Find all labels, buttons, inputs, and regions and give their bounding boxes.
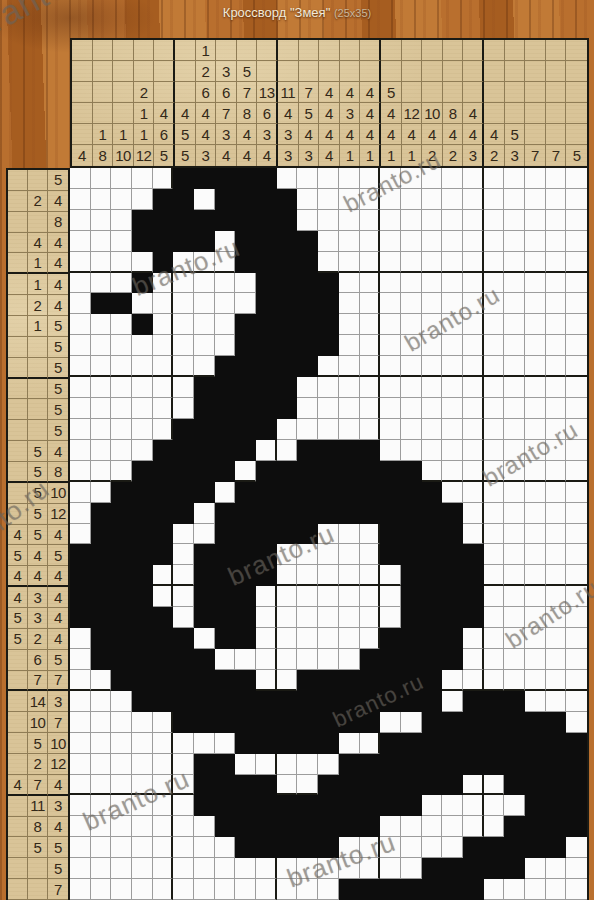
board-cell[interactable]	[297, 586, 318, 607]
board-cell[interactable]	[91, 440, 112, 461]
board-cell[interactable]	[132, 607, 153, 628]
board-cell[interactable]	[153, 168, 174, 189]
board-cell[interactable]	[215, 858, 236, 879]
board-cell[interactable]	[277, 168, 298, 189]
board-cell[interactable]	[235, 565, 256, 586]
board-cell[interactable]	[153, 440, 174, 461]
board-cell[interactable]	[566, 544, 587, 565]
board-cell[interactable]	[360, 565, 381, 586]
board-cell[interactable]	[132, 754, 153, 775]
board-cell[interactable]	[173, 461, 194, 482]
board-cell[interactable]	[111, 398, 132, 419]
board-cell[interactable]	[173, 189, 194, 210]
board-cell[interactable]	[297, 733, 318, 754]
board-cell[interactable]	[132, 733, 153, 754]
board-cell[interactable]	[318, 670, 339, 691]
board-cell[interactable]	[153, 837, 174, 858]
board-cell[interactable]	[504, 565, 525, 586]
board-cell[interactable]	[401, 649, 422, 670]
board-cell[interactable]	[153, 231, 174, 252]
board-cell[interactable]	[173, 419, 194, 440]
board-cell[interactable]	[546, 691, 567, 712]
board-cell[interactable]	[153, 649, 174, 670]
board-cell[interactable]	[91, 879, 112, 900]
board-cell[interactable]	[525, 754, 546, 775]
board-cell[interactable]	[380, 712, 401, 733]
board-cell[interactable]	[360, 712, 381, 733]
board-cell[interactable]	[422, 398, 443, 419]
board-cell[interactable]	[297, 670, 318, 691]
board-cell[interactable]	[380, 231, 401, 252]
board-cell[interactable]	[339, 691, 360, 712]
board-cell[interactable]	[525, 733, 546, 754]
board-cell[interactable]	[401, 231, 422, 252]
board-cell[interactable]	[297, 461, 318, 482]
board-cell[interactable]	[318, 586, 339, 607]
board-cell[interactable]	[277, 189, 298, 210]
board-cell[interactable]	[91, 503, 112, 524]
board-cell[interactable]	[422, 356, 443, 377]
board-cell[interactable]	[360, 231, 381, 252]
board-cell[interactable]	[504, 775, 525, 796]
board-cell[interactable]	[194, 210, 215, 231]
board-cell[interactable]	[235, 503, 256, 524]
board-cell[interactable]	[297, 189, 318, 210]
board-cell[interactable]	[194, 503, 215, 524]
board-cell[interactable]	[360, 795, 381, 816]
board-cell[interactable]	[215, 754, 236, 775]
board-cell[interactable]	[132, 649, 153, 670]
board-cell[interactable]	[484, 168, 505, 189]
board-cell[interactable]	[277, 419, 298, 440]
board-cell[interactable]	[235, 712, 256, 733]
board-cell[interactable]	[297, 879, 318, 900]
board-cell[interactable]	[215, 544, 236, 565]
board-cell[interactable]	[484, 858, 505, 879]
board-cell[interactable]	[318, 314, 339, 335]
board-cell[interactable]	[339, 607, 360, 628]
board-cell[interactable]	[463, 252, 484, 273]
board-cell[interactable]	[442, 733, 463, 754]
board-cell[interactable]	[318, 795, 339, 816]
board-cell[interactable]	[504, 377, 525, 398]
board-cell[interactable]	[442, 168, 463, 189]
board-cell[interactable]	[463, 565, 484, 586]
board-cell[interactable]	[194, 335, 215, 356]
board-cell[interactable]	[422, 231, 443, 252]
board-cell[interactable]	[442, 314, 463, 335]
board-cell[interactable]	[484, 670, 505, 691]
board-cell[interactable]	[70, 565, 91, 586]
board-cell[interactable]	[194, 314, 215, 335]
board-cell[interactable]	[442, 858, 463, 879]
board-cell[interactable]	[401, 189, 422, 210]
board-cell[interactable]	[194, 482, 215, 503]
board-cell[interactable]	[256, 544, 277, 565]
board-cell[interactable]	[153, 879, 174, 900]
board-cell[interactable]	[401, 293, 422, 314]
board-cell[interactable]	[235, 754, 256, 775]
board-cell[interactable]	[91, 670, 112, 691]
board-cell[interactable]	[235, 775, 256, 796]
board-cell[interactable]	[525, 649, 546, 670]
board-cell[interactable]	[525, 335, 546, 356]
board-cell[interactable]	[173, 293, 194, 314]
board-cell[interactable]	[318, 858, 339, 879]
board-cell[interactable]	[566, 189, 587, 210]
board-cell[interactable]	[546, 273, 567, 294]
board-cell[interactable]	[132, 461, 153, 482]
board-cell[interactable]	[297, 524, 318, 545]
board-cell[interactable]	[111, 795, 132, 816]
board-cell[interactable]	[173, 252, 194, 273]
board-cell[interactable]	[297, 649, 318, 670]
board-cell[interactable]	[422, 252, 443, 273]
board-cell[interactable]	[318, 628, 339, 649]
board-cell[interactable]	[318, 210, 339, 231]
board-cell[interactable]	[484, 607, 505, 628]
board-cell[interactable]	[91, 607, 112, 628]
board-cell[interactable]	[566, 607, 587, 628]
board-cell[interactable]	[132, 691, 153, 712]
board-cell[interactable]	[215, 649, 236, 670]
board-cell[interactable]	[91, 482, 112, 503]
board-cell[interactable]	[153, 524, 174, 545]
board-cell[interactable]	[256, 524, 277, 545]
board-cell[interactable]	[111, 649, 132, 670]
board-cell[interactable]	[111, 524, 132, 545]
board-cell[interactable]	[91, 210, 112, 231]
board-cell[interactable]	[235, 168, 256, 189]
board-cell[interactable]	[194, 858, 215, 879]
board-cell[interactable]	[339, 273, 360, 294]
board-cell[interactable]	[401, 670, 422, 691]
board-cell[interactable]	[484, 795, 505, 816]
board-cell[interactable]	[546, 252, 567, 273]
board-cell[interactable]	[380, 733, 401, 754]
board-cell[interactable]	[442, 482, 463, 503]
board-cell[interactable]	[360, 273, 381, 294]
board-cell[interactable]	[546, 837, 567, 858]
board-cell[interactable]	[422, 544, 443, 565]
board-cell[interactable]	[525, 544, 546, 565]
board-cell[interactable]	[215, 565, 236, 586]
board-cell[interactable]	[173, 754, 194, 775]
board-cell[interactable]	[111, 879, 132, 900]
board-cell[interactable]	[215, 628, 236, 649]
board-cell[interactable]	[256, 628, 277, 649]
board-cell[interactable]	[256, 733, 277, 754]
board-cell[interactable]	[525, 586, 546, 607]
board-cell[interactable]	[422, 712, 443, 733]
board-cell[interactable]	[546, 607, 567, 628]
board-cell[interactable]	[546, 565, 567, 586]
board-cell[interactable]	[70, 252, 91, 273]
board-cell[interactable]	[132, 189, 153, 210]
board-cell[interactable]	[339, 440, 360, 461]
board-cell[interactable]	[401, 524, 422, 545]
board-cell[interactable]	[422, 670, 443, 691]
board-cell[interactable]	[339, 419, 360, 440]
board-cell[interactable]	[70, 649, 91, 670]
board-cell[interactable]	[194, 168, 215, 189]
board-cell[interactable]	[401, 837, 422, 858]
board-cell[interactable]	[111, 754, 132, 775]
board-cell[interactable]	[132, 586, 153, 607]
board-cell[interactable]	[422, 189, 443, 210]
board-cell[interactable]	[256, 649, 277, 670]
board-cell[interactable]	[277, 335, 298, 356]
board-cell[interactable]	[153, 544, 174, 565]
board-cell[interactable]	[360, 586, 381, 607]
board-cell[interactable]	[546, 419, 567, 440]
board-cell[interactable]	[297, 691, 318, 712]
board-cell[interactable]	[339, 524, 360, 545]
board-cell[interactable]	[277, 607, 298, 628]
board-cell[interactable]	[339, 335, 360, 356]
board-cell[interactable]	[339, 754, 360, 775]
board-cell[interactable]	[525, 398, 546, 419]
board-cell[interactable]	[235, 858, 256, 879]
board-cell[interactable]	[525, 879, 546, 900]
board-cell[interactable]	[235, 544, 256, 565]
board-cell[interactable]	[297, 628, 318, 649]
board-cell[interactable]	[256, 398, 277, 419]
board-cell[interactable]	[111, 733, 132, 754]
board-cell[interactable]	[566, 377, 587, 398]
board-cell[interactable]	[546, 503, 567, 524]
board-cell[interactable]	[132, 858, 153, 879]
board-cell[interactable]	[153, 670, 174, 691]
board-cell[interactable]	[318, 691, 339, 712]
board-cell[interactable]	[525, 440, 546, 461]
board-cell[interactable]	[91, 837, 112, 858]
board-cell[interactable]	[173, 775, 194, 796]
board-cell[interactable]	[318, 440, 339, 461]
board-cell[interactable]	[70, 586, 91, 607]
board-cell[interactable]	[525, 419, 546, 440]
board-cell[interactable]	[442, 273, 463, 294]
board-cell[interactable]	[194, 189, 215, 210]
board-cell[interactable]	[91, 398, 112, 419]
board-cell[interactable]	[70, 168, 91, 189]
board-cell[interactable]	[277, 670, 298, 691]
board-cell[interactable]	[235, 314, 256, 335]
board-cell[interactable]	[70, 398, 91, 419]
board-cell[interactable]	[401, 356, 422, 377]
board-cell[interactable]	[525, 775, 546, 796]
board-cell[interactable]	[360, 544, 381, 565]
board-cell[interactable]	[277, 691, 298, 712]
board-cell[interactable]	[380, 524, 401, 545]
board-cell[interactable]	[380, 691, 401, 712]
board-cell[interactable]	[442, 628, 463, 649]
board-cell[interactable]	[546, 189, 567, 210]
board-cell[interactable]	[484, 754, 505, 775]
board-cell[interactable]	[566, 314, 587, 335]
board-cell[interactable]	[173, 524, 194, 545]
board-cell[interactable]	[546, 210, 567, 231]
board-cell[interactable]	[277, 586, 298, 607]
board-cell[interactable]	[70, 273, 91, 294]
board-cell[interactable]	[277, 754, 298, 775]
board-cell[interactable]	[380, 356, 401, 377]
board-cell[interactable]	[318, 461, 339, 482]
board-cell[interactable]	[566, 440, 587, 461]
board-cell[interactable]	[422, 565, 443, 586]
board-cell[interactable]	[173, 858, 194, 879]
board-cell[interactable]	[463, 628, 484, 649]
board-cell[interactable]	[380, 398, 401, 419]
board-cell[interactable]	[504, 733, 525, 754]
board-cell[interactable]	[504, 544, 525, 565]
board-cell[interactable]	[70, 858, 91, 879]
board-cell[interactable]	[380, 252, 401, 273]
board-cell[interactable]	[111, 377, 132, 398]
board-cell[interactable]	[194, 607, 215, 628]
board-cell[interactable]	[442, 670, 463, 691]
board-cell[interactable]	[339, 649, 360, 670]
board-cell[interactable]	[235, 273, 256, 294]
board-cell[interactable]	[235, 419, 256, 440]
board-cell[interactable]	[215, 524, 236, 545]
board-cell[interactable]	[318, 837, 339, 858]
board-cell[interactable]	[153, 482, 174, 503]
board-cell[interactable]	[318, 273, 339, 294]
board-cell[interactable]	[401, 775, 422, 796]
board-cell[interactable]	[297, 293, 318, 314]
board-cell[interactable]	[566, 461, 587, 482]
board-cell[interactable]	[132, 377, 153, 398]
board-cell[interactable]	[111, 189, 132, 210]
board-cell[interactable]	[401, 168, 422, 189]
board-cell[interactable]	[525, 356, 546, 377]
board-cell[interactable]	[215, 795, 236, 816]
board-cell[interactable]	[484, 398, 505, 419]
board-cell[interactable]	[132, 503, 153, 524]
board-cell[interactable]	[463, 482, 484, 503]
board-cell[interactable]	[422, 733, 443, 754]
board-cell[interactable]	[173, 168, 194, 189]
board-cell[interactable]	[525, 691, 546, 712]
board-cell[interactable]	[380, 858, 401, 879]
board-cell[interactable]	[525, 503, 546, 524]
board-cell[interactable]	[339, 461, 360, 482]
board-cell[interactable]	[297, 440, 318, 461]
board-cell[interactable]	[546, 398, 567, 419]
board-cell[interactable]	[91, 775, 112, 796]
board-cell[interactable]	[153, 356, 174, 377]
board-cell[interactable]	[566, 398, 587, 419]
board-cell[interactable]	[256, 314, 277, 335]
board-cell[interactable]	[111, 837, 132, 858]
board-cell[interactable]	[70, 189, 91, 210]
board-cell[interactable]	[111, 712, 132, 733]
board-cell[interactable]	[297, 168, 318, 189]
board-cell[interactable]	[360, 356, 381, 377]
board-cell[interactable]	[504, 252, 525, 273]
board-cell[interactable]	[546, 356, 567, 377]
board-cell[interactable]	[132, 816, 153, 837]
board-cell[interactable]	[70, 293, 91, 314]
board-cell[interactable]	[235, 482, 256, 503]
board-cell[interactable]	[401, 419, 422, 440]
board-cell[interactable]	[256, 210, 277, 231]
board-cell[interactable]	[339, 314, 360, 335]
board-cell[interactable]	[380, 816, 401, 837]
board-cell[interactable]	[401, 858, 422, 879]
board-cell[interactable]	[70, 837, 91, 858]
board-cell[interactable]	[111, 314, 132, 335]
board-cell[interactable]	[504, 398, 525, 419]
board-cell[interactable]	[566, 691, 587, 712]
board-cell[interactable]	[194, 293, 215, 314]
board-cell[interactable]	[173, 628, 194, 649]
board-cell[interactable]	[215, 586, 236, 607]
board-cell[interactable]	[215, 168, 236, 189]
board-cell[interactable]	[111, 544, 132, 565]
board-cell[interactable]	[463, 168, 484, 189]
board-cell[interactable]	[380, 628, 401, 649]
board-cell[interactable]	[256, 879, 277, 900]
board-cell[interactable]	[546, 377, 567, 398]
board-cell[interactable]	[111, 461, 132, 482]
board-cell[interactable]	[484, 503, 505, 524]
board-cell[interactable]	[484, 879, 505, 900]
board-cell[interactable]	[566, 816, 587, 837]
board-cell[interactable]	[277, 649, 298, 670]
board-cell[interactable]	[360, 293, 381, 314]
board-cell[interactable]	[297, 503, 318, 524]
board-cell[interactable]	[173, 356, 194, 377]
board-cell[interactable]	[525, 670, 546, 691]
board-cell[interactable]	[194, 586, 215, 607]
board-cell[interactable]	[566, 586, 587, 607]
board-cell[interactable]	[194, 524, 215, 545]
board-cell[interactable]	[153, 586, 174, 607]
board-cell[interactable]	[277, 210, 298, 231]
board-cell[interactable]	[256, 231, 277, 252]
board-cell[interactable]	[442, 754, 463, 775]
board-cell[interactable]	[173, 482, 194, 503]
board-cell[interactable]	[235, 795, 256, 816]
board-cell[interactable]	[401, 273, 422, 294]
board-cell[interactable]	[277, 314, 298, 335]
board-cell[interactable]	[401, 628, 422, 649]
board-cell[interactable]	[525, 293, 546, 314]
board-cell[interactable]	[566, 273, 587, 294]
board-cell[interactable]	[153, 816, 174, 837]
board-cell[interactable]	[339, 586, 360, 607]
board-cell[interactable]	[504, 712, 525, 733]
board-cell[interactable]	[422, 691, 443, 712]
board-cell[interactable]	[297, 210, 318, 231]
board-cell[interactable]	[422, 377, 443, 398]
board-cell[interactable]	[566, 356, 587, 377]
board-cell[interactable]	[173, 335, 194, 356]
board-cell[interactable]	[318, 356, 339, 377]
board-cell[interactable]	[525, 168, 546, 189]
board-cell[interactable]	[566, 858, 587, 879]
board-cell[interactable]	[173, 565, 194, 586]
board-cell[interactable]	[173, 670, 194, 691]
board-cell[interactable]	[70, 670, 91, 691]
board-cell[interactable]	[132, 335, 153, 356]
board-cell[interactable]	[360, 858, 381, 879]
board-cell[interactable]	[297, 356, 318, 377]
board-cell[interactable]	[235, 586, 256, 607]
board-cell[interactable]	[360, 168, 381, 189]
